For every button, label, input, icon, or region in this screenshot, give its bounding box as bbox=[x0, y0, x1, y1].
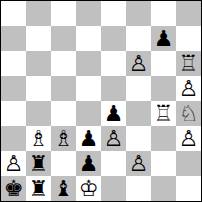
square-a4[interactable] bbox=[1, 101, 26, 126]
piece-white-bishop[interactable]: ♗ bbox=[26, 126, 51, 151]
piece-black-king[interactable]: ♚ bbox=[1, 176, 26, 201]
square-g2[interactable] bbox=[151, 151, 176, 176]
square-c2[interactable] bbox=[51, 151, 76, 176]
square-c7[interactable] bbox=[51, 26, 76, 51]
piece-white-rook[interactable]: ♖ bbox=[151, 101, 176, 126]
square-d2[interactable]: ♟ bbox=[76, 151, 101, 176]
square-b3[interactable]: ♗ bbox=[26, 126, 51, 151]
square-h4[interactable]: ♘ bbox=[176, 101, 201, 126]
square-e2[interactable] bbox=[101, 151, 126, 176]
piece-white-pawn[interactable]: ♙ bbox=[101, 126, 126, 151]
square-h8[interactable] bbox=[176, 1, 201, 26]
square-d5[interactable] bbox=[76, 76, 101, 101]
square-h6[interactable]: ♖ bbox=[176, 51, 201, 76]
piece-black-rook[interactable]: ♜ bbox=[26, 151, 51, 176]
piece-black-bishop[interactable]: ♝ bbox=[51, 176, 76, 201]
square-c6[interactable] bbox=[51, 51, 76, 76]
square-g6[interactable] bbox=[151, 51, 176, 76]
piece-white-pawn[interactable]: ♙ bbox=[1, 151, 26, 176]
square-b7[interactable] bbox=[26, 26, 51, 51]
piece-black-pawn[interactable]: ♟ bbox=[101, 101, 126, 126]
piece-white-pawn[interactable]: ♙ bbox=[176, 76, 201, 101]
piece-black-pawn[interactable]: ♟ bbox=[76, 151, 101, 176]
piece-white-knight[interactable]: ♘ bbox=[176, 101, 201, 126]
piece-white-pawn[interactable]: ♙ bbox=[176, 126, 201, 151]
piece-white-pawn[interactable]: ♙ bbox=[126, 51, 151, 76]
square-f6[interactable]: ♙ bbox=[126, 51, 151, 76]
square-g5[interactable] bbox=[151, 76, 176, 101]
square-b4[interactable] bbox=[26, 101, 51, 126]
square-a1[interactable]: ♚ bbox=[1, 176, 26, 201]
square-d1[interactable]: ♔ bbox=[76, 176, 101, 201]
piece-white-king[interactable]: ♔ bbox=[76, 176, 101, 201]
square-e7[interactable] bbox=[101, 26, 126, 51]
square-c8[interactable] bbox=[51, 1, 76, 26]
square-a6[interactable] bbox=[1, 51, 26, 76]
piece-white-bishop[interactable]: ♗ bbox=[51, 126, 76, 151]
piece-white-rook[interactable]: ♖ bbox=[176, 51, 201, 76]
square-b2[interactable]: ♜ bbox=[26, 151, 51, 176]
square-h5[interactable]: ♙ bbox=[176, 76, 201, 101]
square-d8[interactable] bbox=[76, 1, 101, 26]
square-c4[interactable] bbox=[51, 101, 76, 126]
square-e6[interactable] bbox=[101, 51, 126, 76]
square-f7[interactable] bbox=[126, 26, 151, 51]
chessboard: ♟♙♖♙♟♖♘♗♗♟♙♙♙♜♟♙♚♜♝♔ bbox=[1, 1, 201, 201]
piece-black-pawn[interactable]: ♟ bbox=[76, 126, 101, 151]
square-h3[interactable]: ♙ bbox=[176, 126, 201, 151]
piece-white-pawn[interactable]: ♙ bbox=[126, 151, 151, 176]
square-a5[interactable] bbox=[1, 76, 26, 101]
square-a3[interactable] bbox=[1, 126, 26, 151]
square-h7[interactable] bbox=[176, 26, 201, 51]
square-d3[interactable]: ♟ bbox=[76, 126, 101, 151]
square-b6[interactable] bbox=[26, 51, 51, 76]
square-e5[interactable] bbox=[101, 76, 126, 101]
square-f3[interactable] bbox=[126, 126, 151, 151]
piece-black-pawn[interactable]: ♟ bbox=[151, 26, 176, 51]
square-g1[interactable] bbox=[151, 176, 176, 201]
square-e3[interactable]: ♙ bbox=[101, 126, 126, 151]
square-g4[interactable]: ♖ bbox=[151, 101, 176, 126]
square-g8[interactable] bbox=[151, 1, 176, 26]
square-f5[interactable] bbox=[126, 76, 151, 101]
square-e8[interactable] bbox=[101, 1, 126, 26]
square-b5[interactable] bbox=[26, 76, 51, 101]
square-g7[interactable]: ♟ bbox=[151, 26, 176, 51]
square-c3[interactable]: ♗ bbox=[51, 126, 76, 151]
square-h1[interactable] bbox=[176, 176, 201, 201]
square-f1[interactable] bbox=[126, 176, 151, 201]
square-f8[interactable] bbox=[126, 1, 151, 26]
square-g3[interactable] bbox=[151, 126, 176, 151]
chessboard-frame: ♟♙♖♙♟♖♘♗♗♟♙♙♙♜♟♙♚♜♝♔ bbox=[0, 0, 202, 202]
square-b8[interactable] bbox=[26, 1, 51, 26]
square-a2[interactable]: ♙ bbox=[1, 151, 26, 176]
square-e4[interactable]: ♟ bbox=[101, 101, 126, 126]
square-h2[interactable] bbox=[176, 151, 201, 176]
square-a8[interactable] bbox=[1, 1, 26, 26]
square-c1[interactable]: ♝ bbox=[51, 176, 76, 201]
square-f2[interactable]: ♙ bbox=[126, 151, 151, 176]
square-f4[interactable] bbox=[126, 101, 151, 126]
piece-black-rook[interactable]: ♜ bbox=[26, 176, 51, 201]
square-d7[interactable] bbox=[76, 26, 101, 51]
square-b1[interactable]: ♜ bbox=[26, 176, 51, 201]
square-c5[interactable] bbox=[51, 76, 76, 101]
square-d6[interactable] bbox=[76, 51, 101, 76]
square-e1[interactable] bbox=[101, 176, 126, 201]
square-d4[interactable] bbox=[76, 101, 101, 126]
square-a7[interactable] bbox=[1, 26, 26, 51]
